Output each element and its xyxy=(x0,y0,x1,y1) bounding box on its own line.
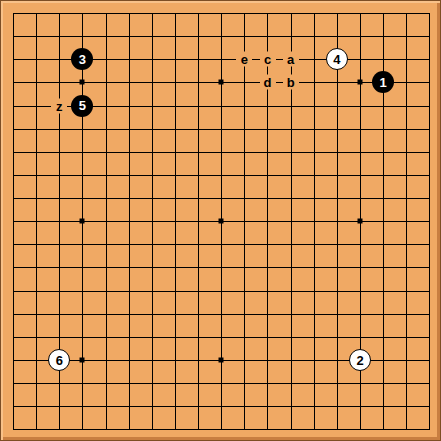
grid-cell xyxy=(244,13,267,36)
grid-cell xyxy=(175,291,198,314)
grid-cell xyxy=(244,406,267,429)
grid-cell xyxy=(59,244,82,267)
star-point xyxy=(80,358,85,363)
grid-cell xyxy=(244,360,267,383)
grid-cell xyxy=(129,314,152,337)
grid-cell xyxy=(198,13,221,36)
grid-cell xyxy=(82,406,105,429)
grid-cell xyxy=(175,129,198,152)
grid-cell xyxy=(406,13,429,36)
grid-cell xyxy=(360,383,383,406)
grid-cell xyxy=(175,106,198,129)
grid-cell xyxy=(106,314,129,337)
grid-cell xyxy=(267,291,290,314)
grid-cell xyxy=(175,36,198,59)
grid-cell xyxy=(314,360,337,383)
stone-white-4: 4 xyxy=(326,48,348,70)
grid-cell xyxy=(267,314,290,337)
grid-cell xyxy=(129,13,152,36)
grid-cell xyxy=(383,337,406,360)
grid-cell xyxy=(82,314,105,337)
grid-cell xyxy=(59,129,82,152)
grid-cell xyxy=(13,221,36,244)
grid-cell xyxy=(314,221,337,244)
star-point xyxy=(219,358,224,363)
grid-cell xyxy=(360,221,383,244)
grid-cell xyxy=(13,106,36,129)
grid-cell xyxy=(82,244,105,267)
grid-cell xyxy=(152,221,175,244)
grid-cell xyxy=(36,314,59,337)
grid-cell xyxy=(59,198,82,221)
grid-cell xyxy=(291,175,314,198)
grid-cell xyxy=(314,106,337,129)
grid-cell xyxy=(82,267,105,290)
grid-cell xyxy=(406,383,429,406)
grid-cell xyxy=(152,337,175,360)
grid-cell xyxy=(198,291,221,314)
grid-cell xyxy=(13,360,36,383)
grid-cell xyxy=(383,198,406,221)
grid-cell xyxy=(175,383,198,406)
grid-cell xyxy=(406,244,429,267)
grid-cell xyxy=(36,152,59,175)
grid-cell xyxy=(36,406,59,429)
grid-cell xyxy=(106,267,129,290)
grid-cell xyxy=(198,267,221,290)
grid-cell xyxy=(129,198,152,221)
grid-cell xyxy=(383,291,406,314)
grid-cell xyxy=(314,152,337,175)
grid-cell xyxy=(314,291,337,314)
grid-cell xyxy=(267,129,290,152)
grid-cell xyxy=(360,198,383,221)
grid-cell xyxy=(198,244,221,267)
grid-cell xyxy=(152,360,175,383)
grid-cell xyxy=(406,360,429,383)
grid-cell xyxy=(36,36,59,59)
grid-cell xyxy=(152,129,175,152)
grid-cell xyxy=(13,244,36,267)
grid-cell xyxy=(129,267,152,290)
grid-cell xyxy=(360,152,383,175)
grid-cell xyxy=(175,267,198,290)
grid-cell xyxy=(59,152,82,175)
grid-cell xyxy=(291,221,314,244)
grid-cell xyxy=(129,221,152,244)
grid-cell xyxy=(198,406,221,429)
grid-cell xyxy=(314,267,337,290)
grid-cell xyxy=(221,267,244,290)
grid-cell xyxy=(337,82,360,105)
board-label-d: d xyxy=(260,75,276,90)
grid-cell xyxy=(291,360,314,383)
grid-cell xyxy=(337,244,360,267)
grid-cell xyxy=(59,406,82,429)
grid-cell xyxy=(221,221,244,244)
grid-cell xyxy=(175,406,198,429)
grid-cell xyxy=(152,291,175,314)
grid-cell xyxy=(175,198,198,221)
stone-white-6: 6 xyxy=(48,349,70,371)
grid-cell xyxy=(383,36,406,59)
grid-cell xyxy=(152,152,175,175)
grid-cell xyxy=(36,13,59,36)
grid-cell xyxy=(106,291,129,314)
grid-cell xyxy=(129,36,152,59)
grid-cell xyxy=(314,337,337,360)
grid-cell xyxy=(267,152,290,175)
grid-cell xyxy=(82,360,105,383)
grid-cell xyxy=(129,383,152,406)
grid-cell xyxy=(221,406,244,429)
grid-cell xyxy=(267,383,290,406)
grid-cell xyxy=(13,198,36,221)
grid-cell xyxy=(106,13,129,36)
grid-cell xyxy=(360,175,383,198)
grid-cell xyxy=(198,383,221,406)
grid-cell xyxy=(383,129,406,152)
grid-cell xyxy=(106,244,129,267)
board-label-b: b xyxy=(283,75,299,90)
grid-cell xyxy=(406,267,429,290)
grid-cell xyxy=(314,406,337,429)
grid-cell xyxy=(36,59,59,82)
grid-cell xyxy=(244,314,267,337)
grid-cell xyxy=(198,59,221,82)
grid-cell xyxy=(13,36,36,59)
grid-cell xyxy=(129,406,152,429)
stone-white-2: 2 xyxy=(349,349,371,371)
grid-cell xyxy=(152,383,175,406)
grid-cell xyxy=(360,314,383,337)
star-point xyxy=(219,80,224,85)
grid-cell xyxy=(383,360,406,383)
grid-cell xyxy=(267,337,290,360)
grid-cell xyxy=(406,82,429,105)
grid-cell xyxy=(244,198,267,221)
grid-cell xyxy=(106,221,129,244)
grid-cell xyxy=(106,129,129,152)
grid-cell xyxy=(337,314,360,337)
board-label-c: c xyxy=(260,52,276,67)
grid-cell xyxy=(221,82,244,105)
grid-cell xyxy=(106,406,129,429)
grid-cell xyxy=(360,267,383,290)
grid-cell xyxy=(383,175,406,198)
grid-cell xyxy=(291,383,314,406)
grid-cell xyxy=(383,267,406,290)
grid-cell xyxy=(291,106,314,129)
grid-cell xyxy=(59,221,82,244)
grid-cell xyxy=(198,360,221,383)
grid-cell xyxy=(383,314,406,337)
grid-cell xyxy=(314,82,337,105)
grid-cell xyxy=(244,337,267,360)
grid-cell xyxy=(337,221,360,244)
grid-cell xyxy=(244,244,267,267)
grid-cell xyxy=(360,13,383,36)
grid-cell xyxy=(314,314,337,337)
grid-cell xyxy=(106,383,129,406)
grid-cell xyxy=(360,406,383,429)
grid-cell xyxy=(383,406,406,429)
grid-cell xyxy=(59,383,82,406)
grid-cell xyxy=(106,59,129,82)
grid-cell xyxy=(267,106,290,129)
grid-cell xyxy=(198,175,221,198)
grid-cell xyxy=(13,291,36,314)
grid-cell xyxy=(406,406,429,429)
board-label-a: a xyxy=(283,52,299,67)
grid-cell xyxy=(221,337,244,360)
grid-cell xyxy=(82,337,105,360)
grid-cell xyxy=(406,59,429,82)
grid-cell xyxy=(406,129,429,152)
grid-cell xyxy=(36,267,59,290)
grid-cell xyxy=(314,13,337,36)
grid-cell xyxy=(198,221,221,244)
grid-cell xyxy=(129,337,152,360)
grid-cell xyxy=(152,198,175,221)
grid-cell xyxy=(175,244,198,267)
grid-cell xyxy=(106,337,129,360)
grid-cell xyxy=(152,175,175,198)
star-point xyxy=(80,219,85,224)
grid-cell xyxy=(129,59,152,82)
stone-black-3: 3 xyxy=(71,48,93,70)
grid-cell xyxy=(337,152,360,175)
grid-cell xyxy=(244,152,267,175)
grid-cell xyxy=(221,129,244,152)
grid-cell xyxy=(221,360,244,383)
grid-cell xyxy=(244,129,267,152)
grid-cell xyxy=(175,152,198,175)
grid-cell xyxy=(198,129,221,152)
grid-cell xyxy=(406,314,429,337)
grid-cell xyxy=(383,13,406,36)
grid-cell xyxy=(406,106,429,129)
grid-cell xyxy=(175,82,198,105)
grid-cell xyxy=(82,13,105,36)
grid-cell xyxy=(221,314,244,337)
grid-cell xyxy=(406,175,429,198)
grid-cell xyxy=(244,221,267,244)
grid-cell xyxy=(129,129,152,152)
grid-cell xyxy=(267,13,290,36)
grid-cell xyxy=(244,175,267,198)
grid-cell xyxy=(59,267,82,290)
grid-cell xyxy=(152,406,175,429)
grid-cell xyxy=(291,152,314,175)
grid-cell xyxy=(360,129,383,152)
grid-cell xyxy=(383,383,406,406)
grid-cell xyxy=(221,106,244,129)
grid-cell xyxy=(175,314,198,337)
grid-cell xyxy=(314,175,337,198)
grid-cell xyxy=(267,360,290,383)
grid-cell xyxy=(221,244,244,267)
grid-cell xyxy=(13,337,36,360)
grid-cell xyxy=(291,337,314,360)
grid-cell xyxy=(406,291,429,314)
grid-cell xyxy=(175,337,198,360)
grid-cell xyxy=(267,244,290,267)
stone-black-1: 1 xyxy=(372,71,394,93)
grid-cell xyxy=(129,82,152,105)
grid-cell xyxy=(36,291,59,314)
grid-cell xyxy=(267,198,290,221)
grid-cell xyxy=(106,152,129,175)
grid-cell xyxy=(291,198,314,221)
grid-cell xyxy=(314,198,337,221)
star-point xyxy=(358,219,363,224)
grid-cell xyxy=(59,175,82,198)
grid-cell xyxy=(406,198,429,221)
grid-cell xyxy=(13,152,36,175)
grid-cell xyxy=(82,152,105,175)
grid-cell xyxy=(198,82,221,105)
grid-cell xyxy=(221,13,244,36)
star-point xyxy=(358,80,363,85)
grid-cell xyxy=(82,129,105,152)
grid-cell xyxy=(129,291,152,314)
grid-cell xyxy=(175,221,198,244)
grid-cell xyxy=(291,406,314,429)
grid-cell xyxy=(360,244,383,267)
grid-cell xyxy=(406,36,429,59)
grid-cell xyxy=(129,106,152,129)
grid-cell xyxy=(221,291,244,314)
grid-cell xyxy=(152,267,175,290)
grid-cell xyxy=(175,360,198,383)
grid-cell xyxy=(244,383,267,406)
grid-cell xyxy=(36,383,59,406)
grid-cell xyxy=(152,59,175,82)
grid-cell xyxy=(13,383,36,406)
grid-cell xyxy=(36,198,59,221)
grid-cell xyxy=(13,314,36,337)
grid-cell xyxy=(198,337,221,360)
grid-cell xyxy=(267,267,290,290)
grid-cell xyxy=(291,267,314,290)
grid-cell xyxy=(221,383,244,406)
grid-cell xyxy=(337,129,360,152)
grid-cell xyxy=(337,175,360,198)
grid-cell xyxy=(314,383,337,406)
grid-cell xyxy=(291,314,314,337)
grid-cell xyxy=(337,383,360,406)
grid-cell xyxy=(291,129,314,152)
grid-cell xyxy=(106,82,129,105)
grid-cell xyxy=(221,175,244,198)
grid-cell xyxy=(36,129,59,152)
grid-cell xyxy=(13,59,36,82)
grid-cell xyxy=(198,198,221,221)
grid-cell xyxy=(82,198,105,221)
grid-cell xyxy=(406,221,429,244)
grid-cell xyxy=(406,152,429,175)
go-board: abcdez123456 xyxy=(0,0,441,441)
grid-cell xyxy=(360,36,383,59)
grid-cell xyxy=(129,152,152,175)
grid-cell xyxy=(106,198,129,221)
board-label-z: z xyxy=(51,98,67,113)
grid-cell xyxy=(59,314,82,337)
grid-cell xyxy=(106,175,129,198)
grid-cell xyxy=(221,152,244,175)
grid-cell xyxy=(337,406,360,429)
grid-cell xyxy=(291,291,314,314)
grid-cell xyxy=(244,291,267,314)
grid-cell xyxy=(152,13,175,36)
grid-cell xyxy=(106,360,129,383)
grid-cell xyxy=(36,244,59,267)
grid-cell xyxy=(267,406,290,429)
grid-cell xyxy=(82,175,105,198)
grid-cell xyxy=(198,36,221,59)
grid-cell xyxy=(13,13,36,36)
grid-cell xyxy=(175,13,198,36)
grid-cell xyxy=(13,82,36,105)
grid-cell xyxy=(152,82,175,105)
grid-cell xyxy=(152,314,175,337)
grid-cell xyxy=(59,13,82,36)
board-label-e: e xyxy=(236,52,252,67)
grid-cell xyxy=(337,13,360,36)
star-point xyxy=(219,219,224,224)
grid-cell xyxy=(314,129,337,152)
grid-cell xyxy=(13,267,36,290)
grid-cell xyxy=(337,106,360,129)
grid-cell xyxy=(152,106,175,129)
grid-cell xyxy=(244,267,267,290)
grid-cell xyxy=(221,198,244,221)
grid-cell xyxy=(244,106,267,129)
grid-cell xyxy=(337,267,360,290)
grid-cell xyxy=(13,129,36,152)
grid-cell xyxy=(129,360,152,383)
grid-cell xyxy=(337,198,360,221)
grid-cell xyxy=(337,291,360,314)
grid-cell xyxy=(106,36,129,59)
grid-cell xyxy=(152,36,175,59)
grid-cell xyxy=(59,291,82,314)
grid-cell xyxy=(291,244,314,267)
grid-cell xyxy=(291,13,314,36)
grid-cell xyxy=(82,383,105,406)
grid-cell xyxy=(267,221,290,244)
stone-black-5: 5 xyxy=(71,95,93,117)
grid-cell xyxy=(129,244,152,267)
grid-cell xyxy=(198,106,221,129)
grid-cell xyxy=(175,175,198,198)
grid-cell xyxy=(82,291,105,314)
grid-cell xyxy=(383,106,406,129)
grid-cell xyxy=(267,175,290,198)
grid-cell xyxy=(314,244,337,267)
grid-cell xyxy=(129,175,152,198)
grid-cell xyxy=(360,106,383,129)
grid-cell xyxy=(36,221,59,244)
grid-cell xyxy=(36,175,59,198)
grid-cell xyxy=(106,106,129,129)
grid-cell xyxy=(360,291,383,314)
grid-cell xyxy=(383,244,406,267)
grid-cell xyxy=(175,59,198,82)
grid-cell xyxy=(13,175,36,198)
grid-cell xyxy=(383,152,406,175)
